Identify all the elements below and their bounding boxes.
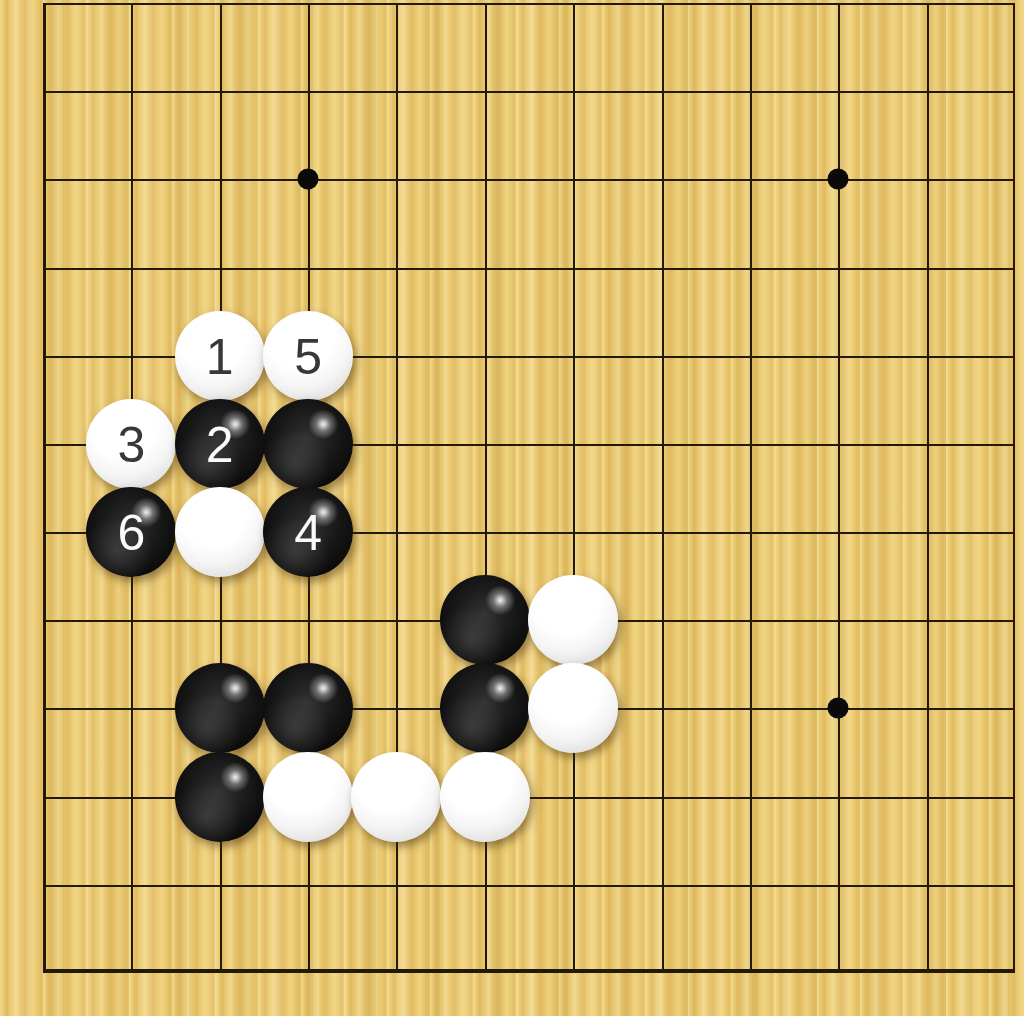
white-stone[interactable]: ○ xyxy=(528,663,618,753)
white-stone[interactable]: ○1 xyxy=(175,311,265,401)
stone-number: 1 xyxy=(206,332,234,382)
black-stone[interactable]: ●2 xyxy=(175,399,265,489)
black-stone[interactable]: ● xyxy=(175,752,265,842)
black-stone[interactable]: ● xyxy=(440,575,530,665)
black-stone[interactable]: ● xyxy=(440,663,530,753)
white-stone[interactable]: ○ xyxy=(175,487,265,577)
white-stone[interactable]: ○ xyxy=(351,752,441,842)
black-stone[interactable]: ●6 xyxy=(86,487,176,577)
stone-number: 3 xyxy=(117,420,145,470)
black-stone[interactable]: ●4 xyxy=(263,487,353,577)
black-stone[interactable]: ● xyxy=(263,399,353,489)
white-stone[interactable]: ○ xyxy=(263,752,353,842)
stone-number: 5 xyxy=(294,332,322,382)
stones-layer: ○1○5○3●2●●6○●4●○●●●○●○○○ xyxy=(0,0,1024,1016)
white-stone[interactable]: ○ xyxy=(528,575,618,665)
white-stone[interactable]: ○5 xyxy=(263,311,353,401)
stone-number: 6 xyxy=(117,508,145,558)
star-point xyxy=(828,169,849,190)
black-stone[interactable]: ● xyxy=(175,663,265,753)
star-point xyxy=(828,698,849,719)
stone-number: 2 xyxy=(206,420,234,470)
stone-number: 4 xyxy=(294,508,322,558)
go-board[interactable]: ○1○5○3●2●●6○●4●○●●●○●○○○ xyxy=(0,0,1024,1016)
star-point xyxy=(298,169,319,190)
white-stone[interactable]: ○3 xyxy=(86,399,176,489)
white-stone[interactable]: ○ xyxy=(440,752,530,842)
black-stone[interactable]: ● xyxy=(263,663,353,753)
